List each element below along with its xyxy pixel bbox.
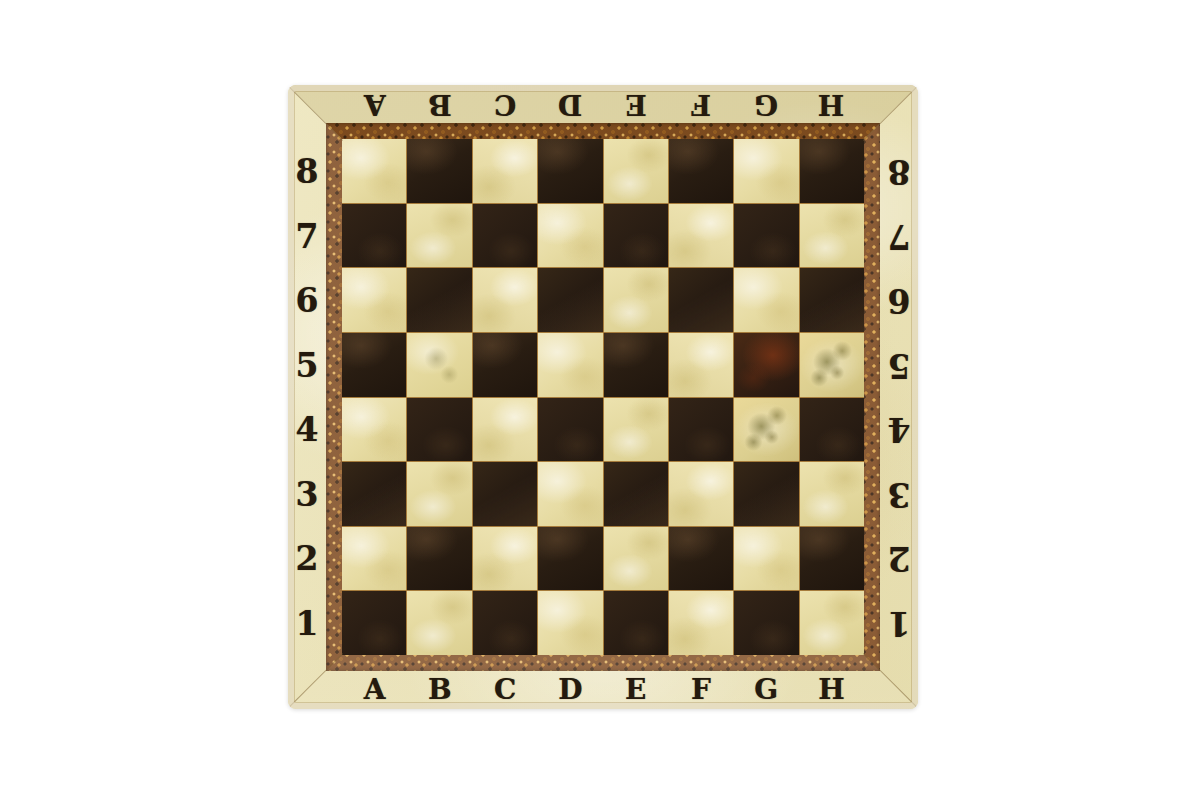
file-label-top-a: A bbox=[364, 90, 386, 118]
square-b5 bbox=[407, 333, 471, 397]
rank-label-right-3: 3 bbox=[888, 477, 911, 510]
square-d6 bbox=[538, 268, 602, 332]
square-b1 bbox=[407, 591, 471, 655]
square-d1 bbox=[538, 591, 602, 655]
miter-seam-top-right bbox=[863, 85, 918, 141]
rank-label-left-1: 1 bbox=[296, 606, 319, 639]
square-e7 bbox=[604, 204, 668, 268]
file-label-top-c: C bbox=[494, 90, 516, 118]
rank-label-left-5: 5 bbox=[296, 348, 319, 381]
square-e1 bbox=[604, 591, 668, 655]
square-g7 bbox=[734, 204, 798, 268]
square-a3 bbox=[342, 462, 406, 526]
square-c6 bbox=[473, 268, 537, 332]
square-f6 bbox=[669, 268, 733, 332]
square-d5 bbox=[538, 333, 602, 397]
photo-background: ABCDEFGHABCDEFGH8765432187654321 bbox=[0, 0, 1200, 800]
square-e4 bbox=[604, 398, 668, 462]
square-b7 bbox=[407, 204, 471, 268]
square-f3 bbox=[669, 462, 733, 526]
square-f4 bbox=[669, 398, 733, 462]
square-d7 bbox=[538, 204, 602, 268]
square-e8 bbox=[604, 139, 668, 203]
rank-label-left-4: 4 bbox=[296, 413, 319, 446]
file-label-top-f: F bbox=[691, 90, 711, 118]
rank-label-left-2: 2 bbox=[296, 542, 319, 575]
file-label-top-b: B bbox=[428, 90, 452, 118]
square-c8 bbox=[473, 139, 537, 203]
square-d8 bbox=[538, 139, 602, 203]
square-c7 bbox=[473, 204, 537, 268]
miter-seam-top-left bbox=[288, 85, 343, 141]
file-label-bottom-g: G bbox=[754, 676, 778, 704]
file-label-top-d: D bbox=[558, 90, 582, 118]
square-h7 bbox=[800, 204, 864, 268]
square-e2 bbox=[604, 527, 668, 591]
square-d4 bbox=[538, 398, 602, 462]
square-c1 bbox=[473, 591, 537, 655]
square-c2 bbox=[473, 527, 537, 591]
square-e6 bbox=[604, 268, 668, 332]
square-h6 bbox=[800, 268, 864, 332]
rank-label-right-4: 4 bbox=[888, 413, 911, 446]
square-b4 bbox=[407, 398, 471, 462]
rank-label-right-8: 8 bbox=[888, 155, 911, 188]
square-g5 bbox=[734, 333, 798, 397]
square-g2 bbox=[734, 527, 798, 591]
square-f2 bbox=[669, 527, 733, 591]
square-f8 bbox=[669, 139, 733, 203]
square-h4 bbox=[800, 398, 864, 462]
file-label-bottom-a: A bbox=[364, 676, 386, 704]
rank-label-left-8: 8 bbox=[296, 155, 319, 188]
square-b8 bbox=[407, 139, 471, 203]
squares-grid bbox=[342, 139, 864, 655]
square-d2 bbox=[538, 527, 602, 591]
square-g3 bbox=[734, 462, 798, 526]
square-a1 bbox=[342, 591, 406, 655]
square-c4 bbox=[473, 398, 537, 462]
file-label-bottom-f: F bbox=[691, 676, 711, 704]
rank-label-right-1: 1 bbox=[888, 606, 911, 639]
rank-label-right-6: 6 bbox=[888, 284, 911, 317]
square-h3 bbox=[800, 462, 864, 526]
square-e3 bbox=[604, 462, 668, 526]
file-label-bottom-e: E bbox=[625, 676, 646, 704]
rank-label-right-7: 7 bbox=[888, 219, 911, 252]
rank-label-left-7: 7 bbox=[296, 219, 319, 252]
square-b6 bbox=[407, 268, 471, 332]
rank-label-right-5: 5 bbox=[888, 348, 911, 381]
rank-label-left-3: 3 bbox=[296, 477, 319, 510]
square-h8 bbox=[800, 139, 864, 203]
file-label-bottom-b: B bbox=[428, 676, 452, 704]
square-c3 bbox=[473, 462, 537, 526]
square-c5 bbox=[473, 333, 537, 397]
miter-seam-bottom-right bbox=[863, 653, 918, 709]
square-a4 bbox=[342, 398, 406, 462]
square-a8 bbox=[342, 139, 406, 203]
square-f1 bbox=[669, 591, 733, 655]
square-h2 bbox=[800, 527, 864, 591]
file-label-bottom-d: D bbox=[558, 676, 582, 704]
rank-label-left-6: 6 bbox=[296, 284, 319, 317]
chess-board: ABCDEFGHABCDEFGH8765432187654321 bbox=[288, 85, 918, 709]
square-a5 bbox=[342, 333, 406, 397]
file-label-bottom-c: C bbox=[494, 676, 516, 704]
square-g6 bbox=[734, 268, 798, 332]
square-f5 bbox=[669, 333, 733, 397]
square-a6 bbox=[342, 268, 406, 332]
file-label-top-e: E bbox=[625, 90, 646, 118]
file-label-top-h: H bbox=[818, 90, 844, 118]
square-a2 bbox=[342, 527, 406, 591]
square-g1 bbox=[734, 591, 798, 655]
rank-label-right-2: 2 bbox=[888, 542, 911, 575]
square-h5 bbox=[800, 333, 864, 397]
file-label-bottom-h: H bbox=[818, 676, 844, 704]
square-g4 bbox=[734, 398, 798, 462]
square-e5 bbox=[604, 333, 668, 397]
square-a7 bbox=[342, 204, 406, 268]
square-b3 bbox=[407, 462, 471, 526]
file-label-top-g: G bbox=[754, 90, 778, 118]
square-d3 bbox=[538, 462, 602, 526]
square-f7 bbox=[669, 204, 733, 268]
square-b2 bbox=[407, 527, 471, 591]
square-h1 bbox=[800, 591, 864, 655]
square-g8 bbox=[734, 139, 798, 203]
miter-seam-bottom-left bbox=[288, 653, 343, 709]
